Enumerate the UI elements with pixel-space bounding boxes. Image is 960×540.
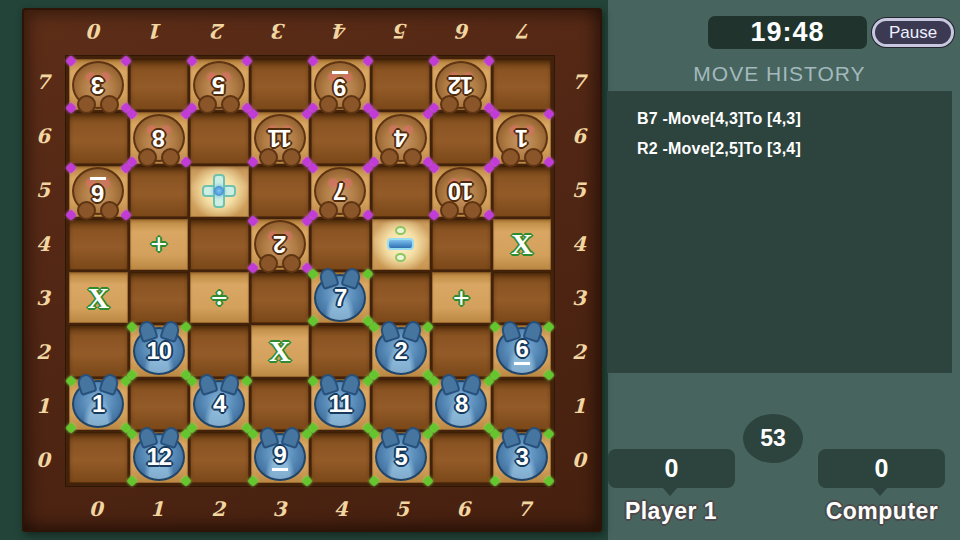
board-area: 01234567 01234567 76543210 76543210 3591… [0,0,608,540]
timer: 19:48 [708,16,867,49]
square-6-4[interactable] [432,219,491,270]
piece-value: 7 [334,179,346,203]
computer-score: 0 [875,454,889,483]
rank-label-right-4: 4 [556,217,602,271]
sparkle-icon [428,55,439,66]
piece-value: 4 [213,392,225,416]
piece-red-9[interactable]: 9 [314,61,366,109]
square-1-1[interactable] [130,379,189,430]
square-3-0[interactable]: 9 [251,432,310,483]
square-6-3[interactable]: + [432,272,491,323]
move-entry: R2 -Move[2,5]To [3,4] [637,134,942,164]
piece-red-10[interactable]: 10 [435,167,487,215]
square-0-7[interactable]: 3 [69,59,128,110]
square-4-7[interactable]: 9 [311,59,370,110]
file-label-top-6: 6 [433,8,494,54]
sparkle-icon [186,55,197,66]
piece-blue-6[interactable]: 6 [496,327,548,375]
square-5-2[interactable]: 2 [372,325,431,376]
player1-score-box: 0 [608,449,735,488]
piece-blue-2[interactable]: 2 [375,327,427,375]
square-3-7[interactable] [251,59,310,110]
sparkle-icon [126,475,137,486]
square-4-0[interactable] [311,432,370,483]
rank-label-left-7: 7 [22,55,64,109]
file-label-top-4: 4 [310,8,371,54]
rank-label-right-1: 1 [556,379,602,433]
square-3-3[interactable] [251,272,310,323]
game-screen: 01234567 01234567 76543210 76543210 3591… [0,0,960,540]
square-7-0[interactable]: 3 [493,432,552,483]
square-6-2[interactable] [432,325,491,376]
round-score-badge: 53 [743,414,803,463]
square-7-3[interactable] [493,272,552,323]
square-2-5[interactable] [190,166,249,217]
sparkle-icon [543,109,554,120]
file-label-bottom-1: 1 [126,487,187,531]
square-7-6[interactable]: 1 [493,112,552,163]
computer-score-box: 0 [818,449,945,488]
square-0-3[interactable]: X [69,272,128,323]
square-3-6[interactable]: 11 [251,112,310,163]
file-label-bottom-0: 0 [65,487,126,531]
square-6-6[interactable] [432,112,491,163]
piece-value: 2 [395,339,407,363]
piece-red-3[interactable]: 3 [72,61,124,109]
file-label-bottom-6: 6 [433,487,494,531]
square-5-7[interactable] [372,59,431,110]
rank-label-right-6: 6 [556,109,602,163]
file-label-bottom-5: 5 [371,487,432,531]
sparkle-icon [543,428,554,439]
sparkle-icon [307,375,318,386]
piece-red-7[interactable]: 7 [314,167,366,215]
round-score-value: 53 [760,425,786,452]
piece-red-2[interactable]: 2 [254,220,306,268]
sparkle-icon [65,55,76,66]
file-label-top-5: 5 [371,8,432,54]
piece-value: 6 [514,337,530,365]
coords-bottom: 01234567 [65,487,555,531]
piece-red-8[interactable]: 8 [133,114,185,162]
piece-blue-1[interactable]: 1 [72,380,124,428]
square-4-2[interactable] [311,325,370,376]
square-2-0[interactable] [190,432,249,483]
move-entry: B7 -Move[4,3]To [4,3] [637,104,942,134]
square-1-0[interactable]: 12 [130,432,189,483]
square-7-4[interactable]: X [493,219,552,270]
square-5-3[interactable] [372,272,431,323]
square-0-2[interactable] [69,325,128,376]
piece-value: 4 [395,126,407,150]
square-4-4[interactable] [311,219,370,270]
file-label-top-7: 7 [494,8,555,54]
piece-blue-10[interactable]: 10 [133,327,185,375]
piece-blue-3[interactable]: 3 [496,433,548,481]
square-6-0[interactable] [432,432,491,483]
sparkle-icon [65,375,76,386]
rank-label-right-5: 5 [556,163,602,217]
rank-label-left-4: 4 [22,217,64,271]
piece-value: 8 [455,392,467,416]
rank-label-left-6: 6 [22,109,64,163]
piece-red-6[interactable]: 6 [72,167,124,215]
sparkle-icon [126,322,137,333]
sparkle-icon [307,55,318,66]
square-7-7[interactable] [493,59,552,110]
piece-value: 11 [329,392,352,416]
move-history-panel[interactable]: B7 -Move[4,3]To [4,3]R2 -Move[2,5]To [3,… [607,91,952,373]
square-1-3[interactable] [130,272,189,323]
square-1-2[interactable]: 10 [130,325,189,376]
rank-label-left-2: 2 [22,325,64,379]
pause-label: Pause [889,23,937,43]
file-label-bottom-4: 4 [310,487,371,531]
operator-multiply-icon: X [269,334,291,368]
file-label-top-3: 3 [249,8,310,54]
square-6-7[interactable]: 12 [432,59,491,110]
operator-add-icon: + [453,281,470,315]
file-label-bottom-3: 3 [249,487,310,531]
rank-label-right-7: 7 [556,55,602,109]
sparkle-icon [65,162,76,173]
rank-label-right-2: 2 [556,325,602,379]
piece-value: 10 [449,179,474,203]
piece-value: 12 [146,445,171,469]
square-2-1[interactable]: 4 [190,379,249,430]
square-2-4[interactable] [190,219,249,270]
square-3-4[interactable]: 2 [251,219,310,270]
operator-multiply-icon: X [511,227,533,261]
piece-red-4[interactable]: 4 [375,114,427,162]
square-2-7[interactable]: 5 [190,59,249,110]
square-5-5[interactable] [372,166,431,217]
square-4-6[interactable] [311,112,370,163]
square-3-1[interactable] [251,379,310,430]
computer-label: Computer [802,498,960,525]
powerup-divide-icon [383,226,419,262]
sparkle-icon [543,475,554,486]
file-label-bottom-7: 7 [494,487,555,531]
piece-blue-7[interactable]: 7 [314,274,366,322]
piece-value: 1 [92,392,104,416]
piece-value: 10 [146,339,171,363]
pause-button[interactable]: Pause [872,18,954,47]
square-1-5[interactable] [130,166,189,217]
square-3-5[interactable] [251,166,310,217]
move-history-title: MOVE HISTORY [607,62,952,86]
piece-red-11[interactable]: 11 [254,114,306,162]
operator-add-icon: + [150,227,167,261]
square-0-6[interactable] [69,112,128,163]
game-board: 01234567 01234567 76543210 76543210 3591… [22,8,602,532]
piece-value: 3 [92,73,104,97]
square-4-5[interactable]: 7 [311,166,370,217]
square-3-2[interactable]: X [251,325,310,376]
sparkle-icon [247,475,258,486]
file-label-top-2: 2 [188,8,249,54]
piece-blue-8[interactable]: 8 [435,380,487,428]
square-0-1[interactable]: 1 [69,379,128,430]
square-2-3[interactable]: ÷ [190,272,249,323]
square-0-4[interactable] [69,219,128,270]
powerup-add-icon [201,173,237,209]
piece-value: 6 [90,177,106,205]
board-grid: 35912811416710+2XX÷7+10X261411812953 [65,55,555,487]
piece-blue-5[interactable]: 5 [375,433,427,481]
square-5-0[interactable]: 5 [372,432,431,483]
piece-value: 8 [153,126,165,150]
square-4-3[interactable]: 7 [311,272,370,323]
file-label-top-0: 0 [65,8,126,54]
piece-value: 1 [516,126,528,150]
square-7-1[interactable] [493,379,552,430]
square-2-2[interactable] [190,325,249,376]
rank-label-left-3: 3 [22,271,64,325]
piece-red-1[interactable]: 1 [496,114,548,162]
sparkle-icon [543,322,554,333]
sparkle-icon [489,475,500,486]
piece-value: 9 [332,71,348,99]
square-4-1[interactable]: 11 [311,379,370,430]
file-label-bottom-2: 2 [188,487,249,531]
sparkle-icon [368,475,379,486]
piece-value: 5 [213,73,225,97]
player1-label: Player 1 [591,498,751,525]
piece-blue-4[interactable]: 4 [193,380,245,428]
player1-score: 0 [665,454,679,483]
sparkle-icon [247,215,258,226]
square-1-6[interactable]: 8 [130,112,189,163]
square-0-0[interactable] [69,432,128,483]
square-1-4[interactable]: + [130,219,189,270]
rank-label-right-3: 3 [556,271,602,325]
piece-value: 11 [268,126,291,150]
coords-top: 01234567 [65,8,555,54]
rank-label-left-0: 0 [22,433,64,487]
piece-value: 5 [395,445,407,469]
square-0-5[interactable]: 6 [69,166,128,217]
piece-red-5[interactable]: 5 [193,61,245,109]
piece-blue-9[interactable]: 9 [254,433,306,481]
square-6-5[interactable]: 10 [432,166,491,217]
piece-value: 9 [272,443,288,471]
operator-divide-icon: ÷ [211,281,227,315]
piece-red-12[interactable]: 12 [435,61,487,109]
piece-value: 2 [274,232,286,256]
square-7-5[interactable] [493,166,552,217]
square-5-4[interactable] [372,219,431,270]
square-2-6[interactable] [190,112,249,163]
square-7-2[interactable]: 6 [493,325,552,376]
piece-value: 3 [516,445,528,469]
timer-value: 19:48 [750,17,824,48]
operator-multiply-icon: X [87,281,109,315]
rank-label-left-5: 5 [22,163,64,217]
coords-left: 76543210 [22,55,64,487]
piece-value: 7 [334,286,346,310]
piece-blue-11[interactable]: 11 [314,380,366,428]
square-1-7[interactable] [130,59,189,110]
square-5-6[interactable]: 4 [372,112,431,163]
sparkle-icon [489,322,500,333]
coords-right: 76543210 [556,55,602,487]
piece-blue-12[interactable]: 12 [133,433,185,481]
square-5-1[interactable] [372,379,431,430]
piece-value: 12 [449,73,474,97]
file-label-top-1: 1 [126,8,187,54]
rank-label-left-1: 1 [22,379,64,433]
square-6-1[interactable]: 8 [432,379,491,430]
rank-label-right-0: 0 [556,433,602,487]
